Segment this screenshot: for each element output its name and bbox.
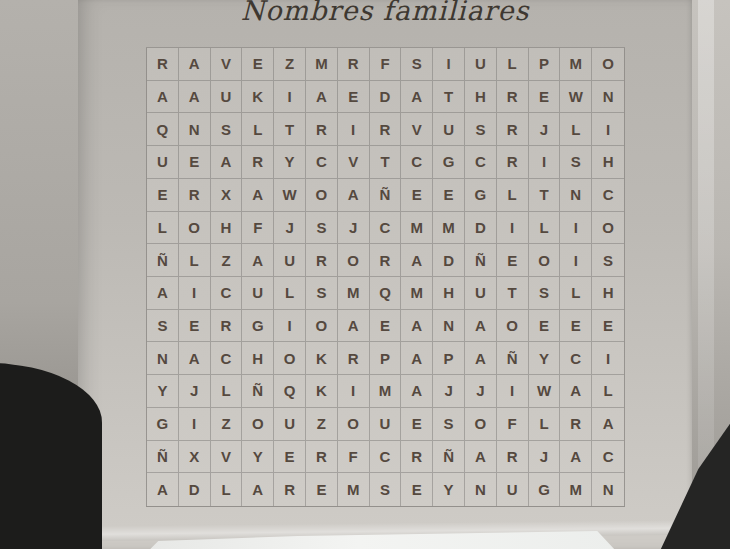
grid-cell[interactable]: O [338, 244, 370, 277]
grid-cell[interactable]: M [338, 277, 370, 310]
grid-cell[interactable]: O [529, 244, 561, 277]
grid-cell[interactable]: A [401, 342, 433, 375]
grid-cell[interactable]: I [179, 408, 211, 441]
grid-cell[interactable]: V [401, 113, 433, 146]
grid-cell[interactable]: C [560, 342, 592, 375]
grid-cell[interactable]: M [560, 48, 592, 81]
grid-cell[interactable]: S [433, 408, 465, 441]
grid-cell[interactable]: S [306, 277, 338, 310]
grid-cell[interactable]: A [465, 310, 497, 343]
grid-cell[interactable]: R [370, 244, 402, 277]
grid-cell[interactable]: R [306, 113, 338, 146]
grid-cell[interactable]: Q [147, 113, 179, 146]
grid-cell[interactable]: E [560, 310, 592, 343]
grid-cell[interactable]: V [211, 441, 243, 474]
word-search-grid: RAVEZMRFSIULPMOAAUKIAEDATHREWNQNSLTRIRVU… [146, 47, 625, 507]
grid-cell[interactable]: O [274, 342, 306, 375]
grid-cell[interactable]: Ñ [465, 244, 497, 277]
grid-cell[interactable]: E [401, 473, 433, 506]
grid-cell[interactable]: R [497, 441, 529, 474]
grid-cell[interactable]: C [370, 212, 402, 245]
grid-cell[interactable]: A [338, 179, 370, 212]
grid-cell[interactable]: R [497, 81, 529, 114]
grid-cell[interactable]: W [529, 375, 561, 408]
grid-cell[interactable]: J [338, 212, 370, 245]
grid-cell[interactable]: U [274, 244, 306, 277]
grid-cell[interactable]: O [592, 212, 624, 245]
grid-cell[interactable]: L [529, 212, 561, 245]
grid-cell[interactable]: N [465, 473, 497, 506]
grid-cell[interactable]: J [529, 113, 561, 146]
grid-cell[interactable]: O [179, 212, 211, 245]
grid-cell[interactable]: L [529, 408, 561, 441]
grid-cell[interactable]: N [592, 473, 624, 506]
grid-cell[interactable]: Q [274, 375, 306, 408]
grid-cell[interactable]: O [306, 179, 338, 212]
grid-cell[interactable]: J [465, 375, 497, 408]
grid-cell[interactable]: H [592, 277, 624, 310]
grid-cell[interactable]: V [338, 146, 370, 179]
grid-cell[interactable]: A [465, 342, 497, 375]
grid-cell[interactable]: I [179, 277, 211, 310]
grid-cell[interactable]: I [560, 244, 592, 277]
grid-cell[interactable]: P [370, 342, 402, 375]
grid-cell[interactable]: E [592, 310, 624, 343]
grid-cell[interactable]: Z [274, 48, 306, 81]
grid-cell[interactable]: M [433, 212, 465, 245]
grid-cell[interactable]: A [401, 244, 433, 277]
grid-cell[interactable]: E [529, 81, 561, 114]
grid-cell[interactable]: C [592, 179, 624, 212]
grid-cell[interactable]: E [179, 146, 211, 179]
grid-cell[interactable]: S [401, 48, 433, 81]
grid-cell[interactable]: S [465, 113, 497, 146]
grid-cell[interactable]: I [274, 310, 306, 343]
grid-cell[interactable]: Z [211, 408, 243, 441]
grid-cell[interactable]: M [370, 375, 402, 408]
grid-cell[interactable]: M [401, 277, 433, 310]
grid-cell[interactable]: L [211, 473, 243, 506]
grid-cell[interactable]: I [529, 146, 561, 179]
grid-cell[interactable]: A [560, 375, 592, 408]
grid-cell[interactable]: G [529, 473, 561, 506]
grid-cell[interactable]: O [242, 408, 274, 441]
grid-cell[interactable]: R [242, 146, 274, 179]
grid-cell[interactable]: Ñ [147, 244, 179, 277]
grid-cell[interactable]: Z [306, 408, 338, 441]
grid-cell[interactable]: I [497, 375, 529, 408]
grid-cell[interactable]: K [242, 81, 274, 114]
grid-cell[interactable]: C [306, 146, 338, 179]
grid-cell[interactable]: Y [529, 342, 561, 375]
grid-cell[interactable]: E [529, 310, 561, 343]
grid-cell[interactable]: M [338, 473, 370, 506]
grid-cell[interactable]: I [592, 342, 624, 375]
grid-cell[interactable]: P [433, 342, 465, 375]
grid-cell[interactable]: Z [211, 244, 243, 277]
grid-cell[interactable]: Ñ [242, 375, 274, 408]
grid-cell[interactable]: E [338, 81, 370, 114]
grid-cell[interactable]: Ñ [370, 179, 402, 212]
grid-cell[interactable]: O [306, 310, 338, 343]
grid-cell[interactable]: E [433, 179, 465, 212]
grid-cell[interactable]: G [433, 146, 465, 179]
grid-cell[interactable]: U [147, 146, 179, 179]
grid-cell[interactable]: M [560, 473, 592, 506]
grid-cell[interactable]: V [211, 48, 243, 81]
grid-cell[interactable]: L [147, 212, 179, 245]
grid-cell[interactable]: L [179, 244, 211, 277]
grid-cell[interactable]: U [433, 113, 465, 146]
grid-cell[interactable]: C [211, 342, 243, 375]
grid-cell[interactable]: U [370, 408, 402, 441]
grid-cell[interactable]: L [211, 375, 243, 408]
grid-cell[interactable]: R [306, 244, 338, 277]
grid-cell[interactable]: A [147, 277, 179, 310]
grid-cell[interactable]: H [592, 146, 624, 179]
grid-cell[interactable]: K [306, 342, 338, 375]
grid-cell[interactable]: N [433, 310, 465, 343]
grid-cell[interactable]: A [401, 81, 433, 114]
grid-cell[interactable]: A [401, 310, 433, 343]
grid-cell[interactable]: F [338, 441, 370, 474]
grid-cell[interactable]: H [433, 277, 465, 310]
grid-cell[interactable]: D [465, 212, 497, 245]
grid-cell[interactable]: R [338, 342, 370, 375]
grid-cell[interactable]: T [497, 277, 529, 310]
grid-cell[interactable]: C [370, 441, 402, 474]
grid-cell[interactable]: N [560, 179, 592, 212]
grid-cell[interactable]: N [147, 342, 179, 375]
grid-cell[interactable]: A [465, 441, 497, 474]
grid-cell[interactable]: T [370, 146, 402, 179]
grid-cell[interactable]: E [370, 310, 402, 343]
grid-cell[interactable]: G [242, 310, 274, 343]
grid-cell[interactable]: A [592, 408, 624, 441]
grid-cell[interactable]: X [179, 441, 211, 474]
grid-cell[interactable]: S [147, 310, 179, 343]
grid-cell[interactable]: A [242, 244, 274, 277]
photo-scene: Nombres familiares RAVEZMRFSIULPMOAAUKIA… [0, 0, 730, 549]
grid-cell[interactable]: I [274, 81, 306, 114]
grid-cell[interactable]: W [274, 179, 306, 212]
word-search-board: Nombres familiares RAVEZMRFSIULPMOAAUKIA… [78, 0, 692, 549]
grid-cell[interactable]: A [147, 473, 179, 506]
grid-cell[interactable]: Ñ [433, 441, 465, 474]
grid-cell[interactable]: Y [147, 375, 179, 408]
grid-cell[interactable]: Y [274, 146, 306, 179]
grid-cell[interactable]: L [242, 113, 274, 146]
grid-cell[interactable]: S [560, 146, 592, 179]
grid-cell[interactable]: O [465, 408, 497, 441]
grid-cell[interactable]: L [560, 277, 592, 310]
grid-cell[interactable]: A [179, 342, 211, 375]
grid-cell[interactable]: U [242, 277, 274, 310]
grid-cell[interactable]: I [433, 48, 465, 81]
grid-cell[interactable]: F [370, 48, 402, 81]
grid-cell[interactable]: R [306, 441, 338, 474]
grid-cell[interactable]: H [465, 81, 497, 114]
grid-cell[interactable]: I [497, 212, 529, 245]
grid-cell[interactable]: Y [433, 473, 465, 506]
grid-cell[interactable]: T [274, 113, 306, 146]
grid-cell[interactable]: E [274, 441, 306, 474]
grid-cell[interactable]: P [529, 48, 561, 81]
grid-cell[interactable]: J [179, 375, 211, 408]
grid-cell[interactable]: Ñ [497, 342, 529, 375]
grid-cell[interactable]: N [179, 113, 211, 146]
grid-cell[interactable]: J [529, 441, 561, 474]
grid-cell[interactable]: U [465, 48, 497, 81]
grid-cell[interactable]: I [592, 113, 624, 146]
grid-cell[interactable]: I [338, 375, 370, 408]
grid-cell[interactable]: S [529, 277, 561, 310]
grid-cell[interactable]: G [465, 179, 497, 212]
wall-highlight [698, 0, 714, 480]
grid-cell[interactable]: E [179, 310, 211, 343]
grid-cell[interactable]: E [306, 473, 338, 506]
grid-cell[interactable]: C [211, 277, 243, 310]
grid-cell[interactable]: L [560, 113, 592, 146]
grid-cell[interactable]: U [211, 81, 243, 114]
grid-cell[interactable]: E [242, 48, 274, 81]
grid-cell[interactable]: G [147, 408, 179, 441]
grid-cell[interactable]: R [274, 473, 306, 506]
grid-cell[interactable]: D [370, 81, 402, 114]
grid-cell[interactable]: R [370, 113, 402, 146]
grid-cell[interactable]: R [497, 113, 529, 146]
grid-cell[interactable]: E [147, 179, 179, 212]
grid-cell[interactable]: S [370, 473, 402, 506]
grid-cell[interactable]: L [497, 179, 529, 212]
grid-cell[interactable]: R [338, 48, 370, 81]
grid-cell[interactable]: R [401, 441, 433, 474]
grid-cell[interactable]: A [179, 48, 211, 81]
grid-cell[interactable]: D [433, 244, 465, 277]
grid-cell[interactable]: S [306, 212, 338, 245]
grid-cell[interactable]: Q [370, 277, 402, 310]
grid-cell[interactable]: A [242, 179, 274, 212]
grid-cell[interactable]: U [497, 473, 529, 506]
grid-cell[interactable]: E [401, 179, 433, 212]
grid-cell[interactable]: E [497, 244, 529, 277]
grid-cell[interactable]: I [560, 212, 592, 245]
grid-cell[interactable]: R [147, 48, 179, 81]
grid-cell[interactable]: O [592, 48, 624, 81]
grid-cell[interactable]: L [592, 375, 624, 408]
grid-cell[interactable]: H [242, 342, 274, 375]
grid-cell[interactable]: W [560, 81, 592, 114]
grid-cell[interactable]: Y [242, 441, 274, 474]
puzzle-title: Nombres familiares [78, 0, 692, 26]
grid-cell[interactable]: T [433, 81, 465, 114]
grid-cell[interactable]: L [274, 277, 306, 310]
grid-cell[interactable]: X [211, 179, 243, 212]
grid-cell[interactable]: C [401, 146, 433, 179]
grid-cell[interactable]: U [465, 277, 497, 310]
grid-cell[interactable]: U [274, 408, 306, 441]
grid-cell[interactable]: A [211, 146, 243, 179]
grid-cell[interactable]: H [211, 212, 243, 245]
grid-cell[interactable]: E [401, 408, 433, 441]
grid-cell[interactable]: D [179, 473, 211, 506]
grid-cell[interactable]: C [592, 441, 624, 474]
grid-cell[interactable]: Ñ [147, 441, 179, 474]
grid-cell[interactable]: R [179, 179, 211, 212]
grid-cell[interactable]: I [338, 113, 370, 146]
grid-cell[interactable]: M [401, 212, 433, 245]
grid-cell[interactable]: F [242, 212, 274, 245]
grid-cell[interactable]: L [497, 48, 529, 81]
grid-cell[interactable]: M [306, 48, 338, 81]
grid-cell[interactable]: S [211, 113, 243, 146]
grid-cell[interactable]: S [592, 244, 624, 277]
grid-cell[interactable]: K [306, 375, 338, 408]
grid-cell[interactable]: R [497, 146, 529, 179]
grid-cell[interactable]: A [147, 81, 179, 114]
grid-cell[interactable]: R [560, 408, 592, 441]
grid-cell[interactable]: O [497, 310, 529, 343]
grid-cell[interactable]: F [497, 408, 529, 441]
grid-cell[interactable]: A [338, 310, 370, 343]
grid-cell[interactable]: T [529, 179, 561, 212]
grid-cell[interactable]: N [592, 81, 624, 114]
grid-cell[interactable]: A [306, 81, 338, 114]
grid-cell[interactable]: A [242, 473, 274, 506]
grid-cell[interactable]: R [211, 310, 243, 343]
grid-cell[interactable]: C [465, 146, 497, 179]
grid-cell[interactable]: J [274, 212, 306, 245]
grid-cell[interactable]: J [433, 375, 465, 408]
grid-cell[interactable]: A [179, 81, 211, 114]
grid-cell[interactable]: A [560, 441, 592, 474]
grid-cell[interactable]: A [401, 375, 433, 408]
grid-cell[interactable]: O [338, 408, 370, 441]
